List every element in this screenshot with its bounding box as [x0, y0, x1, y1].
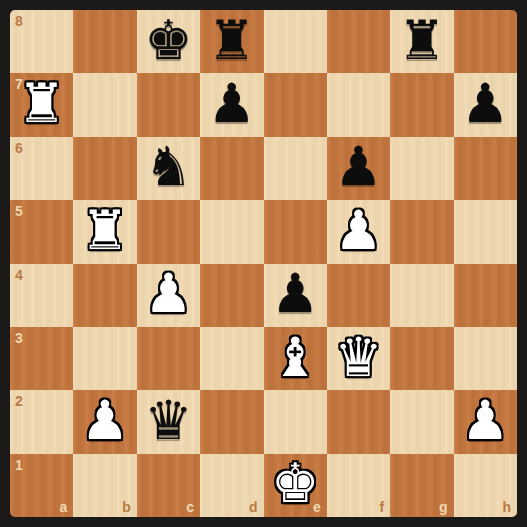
- coord-file-b: b: [122, 500, 131, 514]
- square-b3[interactable]: [73, 327, 136, 390]
- square-f3[interactable]: ♛: [327, 327, 390, 390]
- coord-rank-4: 4: [15, 268, 23, 282]
- piece-black-queen[interactable]: ♛: [144, 394, 192, 448]
- square-a6[interactable]: 6: [10, 137, 73, 200]
- coord-file-g: g: [439, 500, 448, 514]
- square-d1[interactable]: d: [200, 454, 263, 517]
- square-g8[interactable]: ♜: [390, 10, 453, 73]
- coord-rank-1: 1: [15, 458, 23, 472]
- square-d8[interactable]: ♜: [200, 10, 263, 73]
- square-h6[interactable]: [454, 137, 517, 200]
- square-e1[interactable]: e♚: [264, 454, 327, 517]
- square-e4[interactable]: ♟: [264, 264, 327, 327]
- piece-white-rook[interactable]: ♜: [17, 77, 65, 131]
- square-b6[interactable]: [73, 137, 136, 200]
- piece-white-bishop[interactable]: ♝: [271, 331, 319, 385]
- coord-rank-6: 6: [15, 141, 23, 155]
- square-b5[interactable]: ♜: [73, 200, 136, 263]
- square-c6[interactable]: ♞: [137, 137, 200, 200]
- square-h5[interactable]: [454, 200, 517, 263]
- square-b2[interactable]: ♟: [73, 390, 136, 453]
- square-f8[interactable]: [327, 10, 390, 73]
- square-h8[interactable]: [454, 10, 517, 73]
- piece-black-pawn[interactable]: ♟: [334, 140, 382, 194]
- coord-rank-8: 8: [15, 14, 23, 28]
- coord-file-a: a: [60, 500, 68, 514]
- square-c2[interactable]: ♛: [137, 390, 200, 453]
- square-h7[interactable]: ♟: [454, 73, 517, 136]
- square-a5[interactable]: 5: [10, 200, 73, 263]
- square-f5[interactable]: ♟: [327, 200, 390, 263]
- piece-black-knight[interactable]: ♞: [144, 140, 192, 194]
- square-h2[interactable]: ♟: [454, 390, 517, 453]
- square-e3[interactable]: ♝: [264, 327, 327, 390]
- square-h1[interactable]: h: [454, 454, 517, 517]
- square-c1[interactable]: c: [137, 454, 200, 517]
- coord-rank-5: 5: [15, 204, 23, 218]
- piece-white-king[interactable]: ♚: [271, 457, 319, 511]
- square-f7[interactable]: [327, 73, 390, 136]
- square-c4[interactable]: ♟: [137, 264, 200, 327]
- square-f1[interactable]: f: [327, 454, 390, 517]
- square-d6[interactable]: [200, 137, 263, 200]
- square-a4[interactable]: 4: [10, 264, 73, 327]
- square-b1[interactable]: b: [73, 454, 136, 517]
- square-h3[interactable]: [454, 327, 517, 390]
- coord-file-c: c: [186, 500, 194, 514]
- coord-rank-3: 3: [15, 331, 23, 345]
- square-a1[interactable]: 1a: [10, 454, 73, 517]
- square-c5[interactable]: [137, 200, 200, 263]
- piece-black-rook[interactable]: ♜: [398, 14, 446, 68]
- square-a8[interactable]: 8: [10, 10, 73, 73]
- square-e5[interactable]: [264, 200, 327, 263]
- piece-black-king[interactable]: ♚: [144, 14, 192, 68]
- square-d7[interactable]: ♟: [200, 73, 263, 136]
- square-a2[interactable]: 2: [10, 390, 73, 453]
- square-b7[interactable]: [73, 73, 136, 136]
- square-g3[interactable]: [390, 327, 453, 390]
- square-f2[interactable]: [327, 390, 390, 453]
- square-a3[interactable]: 3: [10, 327, 73, 390]
- piece-white-pawn[interactable]: ♟: [461, 394, 509, 448]
- square-d3[interactable]: [200, 327, 263, 390]
- square-g4[interactable]: [390, 264, 453, 327]
- square-d2[interactable]: [200, 390, 263, 453]
- coord-file-d: d: [249, 500, 258, 514]
- square-d5[interactable]: [200, 200, 263, 263]
- piece-white-rook[interactable]: ♜: [81, 204, 129, 258]
- square-e8[interactable]: [264, 10, 327, 73]
- coord-rank-2: 2: [15, 394, 23, 408]
- piece-black-pawn[interactable]: ♟: [271, 267, 319, 321]
- piece-black-pawn[interactable]: ♟: [208, 77, 256, 131]
- square-h4[interactable]: [454, 264, 517, 327]
- square-b4[interactable]: [73, 264, 136, 327]
- square-c7[interactable]: [137, 73, 200, 136]
- square-g1[interactable]: g: [390, 454, 453, 517]
- square-g6[interactable]: [390, 137, 453, 200]
- piece-black-pawn[interactable]: ♟: [461, 77, 509, 131]
- square-a7[interactable]: 7♜: [10, 73, 73, 136]
- square-f6[interactable]: ♟: [327, 137, 390, 200]
- square-e7[interactable]: [264, 73, 327, 136]
- coord-file-h: h: [502, 500, 511, 514]
- board-frame: 8♚♜♜7♜♟♟6♞♟5♜♟4♟♟3♝♛2♟♛♟1abcde♚fgh: [0, 0, 527, 527]
- square-e6[interactable]: [264, 137, 327, 200]
- square-c3[interactable]: [137, 327, 200, 390]
- square-d4[interactable]: [200, 264, 263, 327]
- piece-white-pawn[interactable]: ♟: [81, 394, 129, 448]
- piece-white-queen[interactable]: ♛: [334, 331, 382, 385]
- piece-white-pawn[interactable]: ♟: [144, 267, 192, 321]
- square-f4[interactable]: [327, 264, 390, 327]
- square-g2[interactable]: [390, 390, 453, 453]
- chess-board: 8♚♜♜7♜♟♟6♞♟5♜♟4♟♟3♝♛2♟♛♟1abcde♚fgh: [10, 10, 517, 517]
- piece-black-rook[interactable]: ♜: [208, 14, 256, 68]
- square-c8[interactable]: ♚: [137, 10, 200, 73]
- square-g7[interactable]: [390, 73, 453, 136]
- coord-file-f: f: [380, 500, 385, 514]
- square-e2[interactable]: [264, 390, 327, 453]
- square-b8[interactable]: [73, 10, 136, 73]
- square-g5[interactable]: [390, 200, 453, 263]
- piece-white-pawn[interactable]: ♟: [334, 204, 382, 258]
